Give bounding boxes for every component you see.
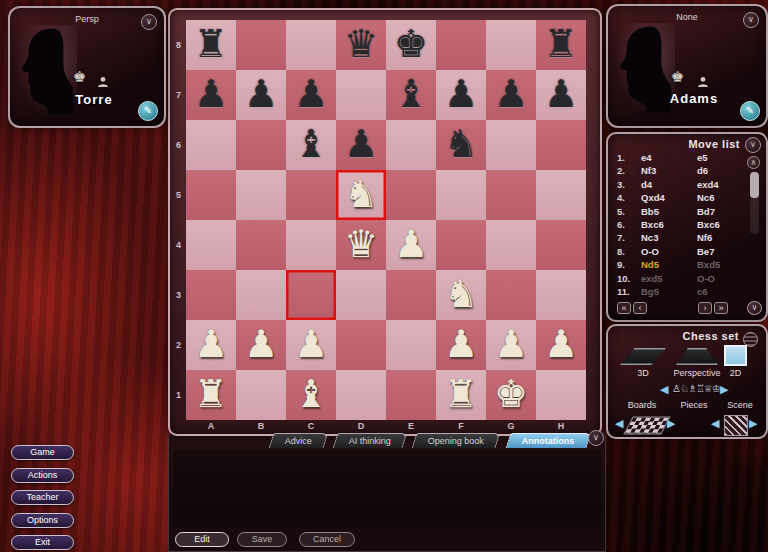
square-h7[interactable]: ♟ xyxy=(536,70,586,120)
square-f3[interactable]: ♞ xyxy=(436,270,486,320)
rank-label-7: 7 xyxy=(172,70,185,120)
move-number: 11. xyxy=(617,285,641,298)
boards-next-arrow[interactable]: ▶ xyxy=(667,414,675,434)
scene-label: Scene xyxy=(720,400,760,410)
piece-black-king[interactable]: ♚ xyxy=(386,20,436,70)
move-black[interactable]: exd4 xyxy=(697,178,744,191)
panel-collapse-button[interactable]: ∨ xyxy=(743,12,759,28)
square-b5[interactable] xyxy=(236,170,286,220)
menu-game-button[interactable]: Game xyxy=(11,445,74,460)
move-list-row: 4.Qxd4Nc6 xyxy=(617,191,744,204)
move-list-row: 9.Nd5Bxd5 xyxy=(617,258,744,271)
square-h3[interactable] xyxy=(536,270,586,320)
move-white[interactable]: exd5 xyxy=(641,272,697,285)
file-label-h: H xyxy=(536,421,586,431)
piece-white-pawn[interactable]: ♟ xyxy=(536,320,586,370)
square-b7[interactable]: ♟ xyxy=(236,70,286,120)
view-2d-icon-selected[interactable] xyxy=(724,345,747,366)
move-black[interactable]: e5 xyxy=(697,151,744,164)
tab-opening-book[interactable]: Opening book xyxy=(412,433,501,448)
piece-white-pawn[interactable]: ♟ xyxy=(486,320,536,370)
human-player-icon xyxy=(97,74,109,86)
annotation-text-area[interactable] xyxy=(173,450,601,527)
scroll-up-button[interactable]: ∧ xyxy=(747,156,760,169)
square-f7[interactable]: ♟ xyxy=(436,70,486,120)
square-f8[interactable] xyxy=(436,20,486,70)
move-number: 5. xyxy=(617,205,641,218)
rank-label-1: 1 xyxy=(172,370,185,420)
square-g4[interactable] xyxy=(486,220,536,270)
move-list-row: 3.d4exd4 xyxy=(617,178,744,191)
move-white[interactable]: Nf3 xyxy=(641,164,697,177)
boards-label: Boards xyxy=(620,400,664,410)
move-list-row: 2.Nf3d6 xyxy=(617,164,744,177)
piece-white-pawn[interactable]: ♟ xyxy=(186,320,236,370)
move-list-row: 11.Bg5c6 xyxy=(617,285,744,298)
square-b3[interactable] xyxy=(236,270,286,320)
rank-label-3: 3 xyxy=(172,270,185,320)
piece-white-rook[interactable]: ♜ xyxy=(436,370,486,420)
move-white[interactable]: Qxd4 xyxy=(641,191,697,204)
square-d3[interactable] xyxy=(336,270,386,320)
move-list-row: 6.Bxc6Bxc6 xyxy=(617,218,744,231)
move-number: 10. xyxy=(617,272,641,285)
chess-board-panel: 87654321 ♜♛♚♜♟♟♟♝♟♟♟♝♟♞♞♛♟♞♟♟♟♟♟♟♜♝♜♚ AB… xyxy=(168,8,602,436)
chess-set-panel: Chess set 3D Perspective 2D ◀ ♙♘♗♖♕♔ ▶ B… xyxy=(606,324,768,439)
square-e8[interactable]: ♚ xyxy=(386,20,436,70)
square-c2[interactable]: ♟ xyxy=(286,320,336,370)
move-white[interactable]: O-O xyxy=(641,245,697,258)
move-black[interactable]: Be7 xyxy=(697,245,744,258)
piece-black-knight[interactable]: ♞ xyxy=(436,120,486,170)
tab-label: AI thinking xyxy=(349,434,391,449)
piece-white-pawn[interactable]: ♟ xyxy=(236,320,286,370)
square-f6[interactable]: ♞ xyxy=(436,120,486,170)
tabs-collapse-button[interactable]: ∨ xyxy=(588,430,604,446)
scene-prev-arrow[interactable]: ◀ xyxy=(711,414,719,434)
square-c6[interactable]: ♝ xyxy=(286,120,336,170)
piece-black-queen[interactable]: ♛ xyxy=(336,20,386,70)
white-king-icon: ♚ xyxy=(671,68,684,86)
move-number: 4. xyxy=(617,191,641,204)
square-c1[interactable]: ♝ xyxy=(286,370,336,420)
tab-label: Annotations xyxy=(521,434,574,449)
scene-style-icon[interactable] xyxy=(724,415,748,436)
file-label-g: G xyxy=(486,421,536,431)
square-d2[interactable] xyxy=(336,320,386,370)
move-white[interactable]: d4 xyxy=(641,178,697,191)
white-king-icon: ♚ xyxy=(73,68,86,86)
square-c7[interactable]: ♟ xyxy=(286,70,336,120)
square-a3[interactable] xyxy=(186,270,236,320)
square-b4[interactable] xyxy=(236,220,286,270)
square-e6[interactable] xyxy=(386,120,436,170)
piece-black-rook[interactable]: ♜ xyxy=(186,20,236,70)
rank-label-6: 6 xyxy=(172,120,185,170)
piece-white-bishop[interactable]: ♝ xyxy=(286,370,336,420)
piece-white-knight[interactable]: ♞ xyxy=(336,170,386,220)
piece-white-knight[interactable]: ♞ xyxy=(436,270,486,320)
save-button[interactable]: Save xyxy=(237,532,287,547)
move-white[interactable]: Bb5 xyxy=(641,205,697,218)
square-c4[interactable] xyxy=(286,220,336,270)
square-h4[interactable] xyxy=(536,220,586,270)
view-perspective-icon[interactable] xyxy=(676,348,718,365)
menu-exit-button[interactable]: Exit xyxy=(11,535,74,550)
move-list-row: 7.Nc3Nf6 xyxy=(617,231,744,244)
rank-label-2: 2 xyxy=(172,320,185,370)
piece-black-rook[interactable]: ♜ xyxy=(536,20,586,70)
first-move-button[interactable]: « xyxy=(617,302,631,314)
square-g1[interactable]: ♚ xyxy=(486,370,536,420)
move-number: 3. xyxy=(617,178,641,191)
move-black[interactable]: Bxd5 xyxy=(697,258,744,271)
tab-label: Advice xyxy=(285,434,312,449)
pieces-next-arrow[interactable]: ▶ xyxy=(720,380,728,400)
move-list-row: 5.Bb5Bd7 xyxy=(617,205,744,218)
view-perspective-label: Perspective xyxy=(666,368,728,378)
move-black[interactable]: Nf6 xyxy=(697,231,744,244)
square-f5[interactable] xyxy=(436,170,486,220)
tab-annotations[interactable]: Annotations xyxy=(505,433,590,448)
prev-move-button[interactable]: ‹ xyxy=(633,302,647,314)
square-e3[interactable] xyxy=(386,270,436,320)
piece-black-pawn[interactable]: ♟ xyxy=(336,120,386,170)
scene-next-arrow[interactable]: ▶ xyxy=(749,414,757,434)
app-window: Persp ∨ ♚ Torre ✎ None ∨ ♚ Adams ✎ 87654… xyxy=(0,0,768,552)
square-g7[interactable]: ♟ xyxy=(486,70,536,120)
square-f2[interactable]: ♟ xyxy=(436,320,486,370)
scrollbar-thumb[interactable] xyxy=(750,172,759,198)
move-number: 2. xyxy=(617,164,641,177)
square-b8[interactable] xyxy=(236,20,286,70)
square-b6[interactable] xyxy=(236,120,286,170)
boards-prev-arrow[interactable]: ◀ xyxy=(615,414,623,434)
move-list-row: 10.exd5O-O xyxy=(617,272,744,285)
move-number: 6. xyxy=(617,218,641,231)
square-e4[interactable]: ♟ xyxy=(386,220,436,270)
square-d1[interactable] xyxy=(336,370,386,420)
menu-teacher-button[interactable]: Teacher xyxy=(11,490,74,505)
panel-collapse-button[interactable]: ∨ xyxy=(141,14,157,30)
square-g3[interactable] xyxy=(486,270,536,320)
square-d8[interactable]: ♛ xyxy=(336,20,386,70)
move-number: 9. xyxy=(617,258,641,271)
square-a2[interactable]: ♟ xyxy=(186,320,236,370)
square-g2[interactable]: ♟ xyxy=(486,320,536,370)
panel-expand-button[interactable]: ∨ xyxy=(747,301,762,315)
move-black[interactable]: Nc6 xyxy=(697,191,744,204)
move-list-panel: Move list ∨ ∧ 1.e4e52.Nf3d63.d4exd44.Qxd… xyxy=(606,132,768,322)
piece-black-pawn[interactable]: ♟ xyxy=(486,70,536,120)
square-f1[interactable]: ♜ xyxy=(436,370,486,420)
next-move-button[interactable]: › xyxy=(698,302,712,314)
square-e7[interactable]: ♝ xyxy=(386,70,436,120)
annotation-panel xyxy=(168,431,606,552)
move-black[interactable]: Bd7 xyxy=(697,205,744,218)
square-e1[interactable] xyxy=(386,370,436,420)
square-h8[interactable]: ♜ xyxy=(536,20,586,70)
view-3d-icon[interactable] xyxy=(620,348,666,365)
piece-white-queen[interactable]: ♛ xyxy=(336,220,386,270)
piece-set-preview: ♙♘♗♖♕♔ xyxy=(672,383,718,394)
square-d6[interactable]: ♟ xyxy=(336,120,386,170)
square-h5[interactable] xyxy=(536,170,586,220)
move-list-row: 1.e4e5 xyxy=(617,151,744,164)
piece-black-pawn[interactable]: ♟ xyxy=(436,70,486,120)
chess-board: ♜♛♚♜♟♟♟♝♟♟♟♝♟♞♞♛♟♞♟♟♟♟♟♟♜♝♜♚ xyxy=(186,20,586,420)
move-black[interactable]: c6 xyxy=(697,285,744,298)
piece-white-pawn[interactable]: ♟ xyxy=(286,320,336,370)
move-white[interactable]: Bg5 xyxy=(641,285,697,298)
square-d4[interactable]: ♛ xyxy=(336,220,386,270)
move-list-title: Move list xyxy=(688,138,740,150)
pieces-label: Pieces xyxy=(670,400,718,410)
piece-white-rook[interactable]: ♜ xyxy=(186,370,236,420)
square-b2[interactable]: ♟ xyxy=(236,320,286,370)
move-white[interactable]: Nd5 xyxy=(641,258,697,271)
move-black[interactable]: Bxc6 xyxy=(697,218,744,231)
file-label-c: C xyxy=(286,421,336,431)
edit-button[interactable]: Edit xyxy=(175,532,229,547)
last-move-button[interactable]: » xyxy=(714,302,728,314)
square-d7[interactable] xyxy=(336,70,386,120)
chess-set-title: Chess set xyxy=(683,330,739,342)
piece-black-bishop[interactable]: ♝ xyxy=(386,70,436,120)
move-white[interactable]: Bxc6 xyxy=(641,218,697,231)
square-c3[interactable] xyxy=(286,270,336,320)
player-panel-left: Persp ∨ ♚ Torre ✎ xyxy=(8,6,166,128)
move-number: 1. xyxy=(617,151,641,164)
square-g8[interactable] xyxy=(486,20,536,70)
move-number: 7. xyxy=(617,231,641,244)
pieces-prev-arrow[interactable]: ◀ xyxy=(660,380,668,400)
info-tabs: AdviceAI thinkingOpening bookAnnotations xyxy=(238,433,588,448)
piece-black-pawn[interactable]: ♟ xyxy=(236,70,286,120)
square-a6[interactable] xyxy=(186,120,236,170)
move-list-row: 8.O-OBe7 xyxy=(617,245,744,258)
move-list-rows: 1.e4e52.Nf3d63.d4exd44.Qxd4Nc65.Bb5Bd76.… xyxy=(617,151,744,298)
file-label-d: D xyxy=(336,421,386,431)
edit-player-button[interactable]: ✎ xyxy=(740,101,760,121)
panel-collapse-button[interactable]: ∨ xyxy=(745,137,761,153)
piece-black-pawn[interactable]: ♟ xyxy=(186,70,236,120)
move-white[interactable]: e4 xyxy=(641,151,697,164)
square-g6[interactable] xyxy=(486,120,536,170)
piece-white-pawn[interactable]: ♟ xyxy=(436,320,486,370)
tab-ai-thinking[interactable]: AI thinking xyxy=(333,433,408,448)
square-a8[interactable]: ♜ xyxy=(186,20,236,70)
rank-label-5: 5 xyxy=(172,170,185,220)
square-b1[interactable] xyxy=(236,370,286,420)
view-2d-label: 2D xyxy=(724,368,747,378)
file-label-f: F xyxy=(436,421,486,431)
piece-black-pawn[interactable]: ♟ xyxy=(286,70,336,120)
square-a7[interactable]: ♟ xyxy=(186,70,236,120)
move-number: 8. xyxy=(617,245,641,258)
move-list-scrollbar[interactable] xyxy=(750,172,759,234)
piece-black-bishop[interactable]: ♝ xyxy=(286,120,336,170)
move-black[interactable]: O-O xyxy=(697,272,744,285)
square-a1[interactable]: ♜ xyxy=(186,370,236,420)
edit-player-button[interactable]: ✎ xyxy=(138,101,158,121)
file-labels: ABCDEFGH xyxy=(186,421,586,431)
rank-labels: 87654321 xyxy=(172,20,185,420)
square-a4[interactable] xyxy=(186,220,236,270)
square-e2[interactable] xyxy=(386,320,436,370)
piece-white-king[interactable]: ♚ xyxy=(486,370,536,420)
menu-options-button[interactable]: Options xyxy=(11,513,74,528)
tab-label: Opening book xyxy=(428,434,484,449)
square-g5[interactable] xyxy=(486,170,536,220)
square-c8[interactable] xyxy=(286,20,336,70)
view-3d-label: 3D xyxy=(620,368,666,378)
file-label-e: E xyxy=(386,421,436,431)
square-h6[interactable] xyxy=(536,120,586,170)
cancel-button[interactable]: Cancel xyxy=(299,532,355,547)
rank-label-4: 4 xyxy=(172,220,185,270)
file-label-b: B xyxy=(236,421,286,431)
human-player-icon xyxy=(697,74,709,86)
rank-label-8: 8 xyxy=(172,20,185,70)
square-f4[interactable] xyxy=(436,220,486,270)
square-e5[interactable] xyxy=(386,170,436,220)
file-label-a: A xyxy=(186,421,236,431)
move-white[interactable]: Nc3 xyxy=(641,231,697,244)
board-style-icon[interactable] xyxy=(623,417,670,435)
square-h2[interactable]: ♟ xyxy=(536,320,586,370)
square-a5[interactable] xyxy=(186,170,236,220)
menu-actions-button[interactable]: Actions xyxy=(11,468,74,483)
player-panel-right: None ∨ ♚ Adams ✎ xyxy=(606,4,768,128)
piece-black-pawn[interactable]: ♟ xyxy=(536,70,586,120)
move-black[interactable]: d6 xyxy=(697,164,744,177)
square-d5[interactable]: ♞ xyxy=(336,170,386,220)
square-c5[interactable] xyxy=(286,170,336,220)
piece-white-pawn[interactable]: ♟ xyxy=(386,220,436,270)
tab-advice[interactable]: Advice xyxy=(269,433,329,448)
square-h1[interactable] xyxy=(536,370,586,420)
